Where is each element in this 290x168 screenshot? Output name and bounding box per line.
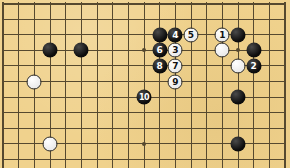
white-stone-move-7: 7 — [168, 58, 183, 73]
white-stone — [43, 136, 58, 151]
move-number-label: 9 — [172, 77, 178, 86]
white-stone — [215, 43, 230, 58]
move-number-label: 7 — [172, 61, 178, 70]
go-diagram: 12345678910 — [0, 0, 290, 168]
black-stone — [74, 43, 89, 58]
white-stone — [27, 74, 42, 89]
grid-line-horizontal — [2, 19, 286, 20]
black-stone-move-6: 6 — [152, 43, 167, 58]
grid-line-horizontal — [2, 3, 286, 5]
grid-line-horizontal — [2, 112, 286, 113]
move-number-label: 10 — [139, 93, 149, 101]
star-point — [142, 48, 146, 52]
black-stone-move-2: 2 — [246, 58, 261, 73]
move-number-label: 1 — [219, 30, 225, 39]
grid-line-horizontal — [2, 81, 286, 82]
black-stone-move-8: 8 — [152, 58, 167, 73]
black-stone — [231, 90, 246, 105]
star-point — [236, 48, 240, 52]
move-number-label: 4 — [172, 30, 178, 39]
star-point — [142, 142, 146, 146]
white-stone-move-9: 9 — [168, 74, 183, 89]
black-stone — [231, 27, 246, 42]
white-stone — [231, 58, 246, 73]
black-stone — [43, 43, 58, 58]
black-stone-move-10: 10 — [137, 90, 152, 105]
black-stone — [246, 43, 261, 58]
move-number-label: 5 — [188, 30, 194, 39]
move-number-label: 2 — [251, 61, 257, 70]
black-stone — [231, 136, 246, 151]
white-stone-move-5: 5 — [184, 27, 199, 42]
white-stone-move-3: 3 — [168, 43, 183, 58]
move-number-label: 6 — [157, 46, 163, 55]
grid-line-horizontal — [2, 128, 286, 129]
black-stone — [152, 27, 167, 42]
white-stone-move-1: 1 — [215, 27, 230, 42]
go-board: 12345678910 — [0, 0, 290, 168]
grid-line-horizontal — [2, 159, 286, 160]
move-number-label: 3 — [172, 46, 178, 55]
move-number-label: 8 — [157, 61, 163, 70]
black-stone-move-4: 4 — [168, 27, 183, 42]
